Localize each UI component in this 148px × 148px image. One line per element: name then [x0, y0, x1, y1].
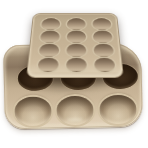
muffin-cup — [37, 57, 58, 71]
muffin-cup — [92, 30, 112, 42]
muffin-cup — [66, 30, 85, 42]
muffin-cup — [66, 57, 87, 71]
product-photo — [0, 0, 148, 148]
muffin-cup — [66, 43, 86, 56]
muffin-cup — [67, 18, 86, 30]
muffin-cup — [41, 18, 60, 30]
muffin-cup — [40, 30, 60, 42]
muffin-cup — [14, 96, 52, 126]
muffin-cup — [92, 18, 111, 30]
muffin-cup — [99, 94, 137, 124]
muffin-cup — [94, 57, 115, 71]
mini-muffin-pan-12cup — [26, 0, 124, 78]
muffin-cup — [93, 43, 114, 56]
mini-pan-surface — [26, 13, 124, 78]
muffin-cup — [38, 43, 59, 56]
embossed-logo — [67, 118, 83, 122]
